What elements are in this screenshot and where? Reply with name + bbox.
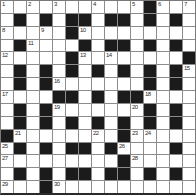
cell-r11c0[interactable]: 25 (1, 143, 13, 155)
cell-r0c8[interactable] (105, 1, 117, 13)
cell-r7c0[interactable]: 17 (1, 91, 13, 103)
clue-number-18: 18 (145, 91, 151, 98)
cell-r14c8[interactable] (105, 181, 117, 193)
cell-r1c7[interactable] (92, 14, 104, 26)
cell-r3c1 (14, 40, 26, 52)
cell-r13c0[interactable] (1, 168, 13, 180)
cell-r10c0 (1, 130, 13, 142)
cell-r9c12[interactable] (157, 117, 169, 129)
cell-r13c6 (79, 168, 91, 180)
cell-r12c13[interactable] (170, 155, 182, 167)
cell-r7c10 (131, 91, 143, 103)
cell-r13c1 (14, 168, 26, 180)
cell-r10c6[interactable] (79, 130, 91, 142)
clue-number-8: 8 (2, 27, 5, 34)
cell-r8c7[interactable] (92, 104, 104, 116)
cell-r13c12[interactable] (157, 168, 169, 180)
cell-r5c2[interactable] (27, 65, 39, 77)
cell-r10c9 (118, 130, 130, 142)
cell-r14c12[interactable] (157, 181, 169, 193)
cell-r11c7[interactable] (92, 143, 104, 155)
cell-r3c3[interactable] (40, 40, 52, 52)
cell-r8c12[interactable] (157, 104, 169, 116)
cell-r13c4[interactable] (53, 168, 65, 180)
cell-r13c14[interactable] (183, 168, 195, 180)
cell-r3c0[interactable] (1, 40, 13, 52)
cell-r3c4[interactable] (53, 40, 65, 52)
cell-r2c1[interactable] (14, 27, 26, 39)
cell-r10c8[interactable] (105, 130, 117, 142)
cell-r12c2[interactable] (27, 155, 39, 167)
cell-r12c10[interactable]: 28 (131, 155, 143, 167)
cell-r1c13 (170, 14, 182, 26)
clue-number-15: 15 (184, 65, 190, 72)
cell-r10c12[interactable] (157, 130, 169, 142)
cell-r2c0[interactable]: 8 (1, 27, 13, 39)
cell-r2c11[interactable] (144, 27, 156, 39)
clue-number-7: 7 (184, 1, 187, 8)
cell-r0c3[interactable] (40, 1, 52, 13)
clue-number-4: 4 (93, 1, 96, 8)
cell-r8c3 (40, 104, 52, 116)
cell-r6c9[interactable] (118, 78, 130, 90)
cell-r11c8 (105, 143, 117, 155)
cell-r2c3[interactable]: 9 (40, 27, 52, 39)
cell-r7c6[interactable] (79, 91, 91, 103)
cell-r1c14[interactable] (183, 14, 195, 26)
cell-r0c0[interactable]: 1 (1, 1, 13, 13)
cell-r6c12[interactable] (157, 78, 169, 90)
clue-number-28: 28 (132, 155, 138, 162)
cell-r3c11 (144, 40, 156, 52)
cell-r10c7[interactable]: 22 (92, 130, 104, 142)
cell-r4c12[interactable] (157, 52, 169, 64)
cell-r1c11 (144, 14, 156, 26)
clue-number-6: 6 (158, 1, 161, 8)
cell-r8c13 (170, 104, 182, 116)
clue-number-2: 2 (28, 1, 31, 8)
clue-number-26: 26 (119, 143, 125, 150)
cell-r9c4[interactable] (53, 117, 65, 129)
clue-number-21: 21 (15, 130, 21, 137)
cell-r10c10[interactable]: 23 (131, 130, 143, 142)
cell-r1c0[interactable] (1, 14, 13, 26)
cell-r12c8[interactable] (105, 155, 117, 167)
cell-r14c5[interactable] (66, 181, 78, 193)
cell-r8c6[interactable] (79, 104, 91, 116)
cell-r1c12[interactable] (157, 14, 169, 26)
cell-r14c0[interactable]: 29 (1, 181, 13, 193)
cell-r13c9 (118, 168, 130, 180)
cell-r2c12[interactable] (157, 27, 169, 39)
cell-r6c13 (170, 78, 182, 90)
cell-r13c7[interactable] (92, 168, 104, 180)
cell-r14c1[interactable] (14, 181, 26, 193)
cell-r2c6[interactable]: 10 (79, 27, 91, 39)
cell-r1c3 (40, 14, 52, 26)
cell-r6c6[interactable] (79, 78, 91, 90)
cell-r11c13 (170, 143, 182, 155)
cell-r3c12[interactable] (157, 40, 169, 52)
cell-r10c4[interactable] (53, 130, 65, 142)
cell-r5c9 (118, 65, 130, 77)
clue-number-12: 12 (2, 52, 8, 59)
cell-r9c5 (66, 117, 78, 129)
cell-r9c1 (14, 117, 26, 129)
cell-r8c5[interactable] (66, 104, 78, 116)
clue-number-13: 13 (80, 52, 86, 59)
cell-r6c4[interactable]: 16 (53, 78, 65, 90)
cell-r9c9 (118, 117, 130, 129)
cell-r0c5[interactable] (66, 1, 78, 13)
cell-r2c5 (66, 27, 78, 39)
clue-number-17: 17 (2, 91, 8, 98)
clue-number-24: 24 (145, 130, 151, 137)
cell-r2c2[interactable] (27, 27, 39, 39)
cell-r2c7[interactable] (92, 27, 104, 39)
cell-r1c2[interactable] (27, 14, 39, 26)
cell-r4c10[interactable] (131, 52, 143, 64)
clue-number-11: 11 (28, 40, 33, 47)
cell-r4c1[interactable] (14, 52, 26, 64)
cell-r6c5[interactable] (66, 78, 78, 90)
cell-r0c2[interactable]: 2 (27, 1, 39, 13)
cell-r12c6[interactable] (79, 155, 91, 167)
cell-r3c5[interactable] (66, 40, 78, 52)
cell-r0c1[interactable] (14, 1, 26, 13)
cell-r6c1 (14, 78, 26, 90)
cell-r4c11[interactable] (144, 52, 156, 64)
cell-r0c13[interactable] (170, 1, 182, 13)
cell-r7c9 (118, 91, 130, 103)
cell-r6c8[interactable] (105, 78, 117, 90)
cell-r12c4[interactable] (53, 155, 65, 167)
cell-r6c3 (40, 78, 52, 90)
cell-r12c7[interactable] (92, 155, 104, 167)
cell-r5c11 (144, 65, 156, 77)
clue-number-27: 27 (2, 155, 8, 162)
cell-r0c14[interactable]: 7 (183, 1, 195, 13)
clue-number-30: 30 (54, 181, 60, 188)
cell-r9c10[interactable] (131, 117, 143, 129)
crossword-grid: a 12345678910111213141516171819202122232… (0, 0, 196, 195)
cell-r8c11 (144, 104, 156, 116)
cell-r2c10[interactable] (131, 27, 143, 39)
cell-r14c13[interactable] (170, 181, 182, 193)
cell-r4c7[interactable] (92, 52, 104, 64)
clue-number-22: 22 (93, 130, 99, 137)
cell-r5c1 (14, 65, 26, 77)
cell-r5c5 (66, 65, 78, 77)
cell-r9c0[interactable] (1, 117, 13, 129)
cell-r14c14[interactable] (183, 181, 195, 193)
cell-r7c13[interactable] (170, 91, 182, 103)
clue-number-16: 16 (54, 78, 60, 85)
cell-r6c11 (144, 78, 156, 90)
cell-r4c3[interactable] (40, 52, 52, 64)
cell-r11c6 (79, 143, 91, 155)
cell-r11c1 (14, 143, 26, 155)
cell-r7c12[interactable] (157, 91, 169, 103)
cell-r12c3[interactable] (40, 155, 52, 167)
cell-r7c14[interactable] (183, 91, 195, 103)
cell-r8c10[interactable]: 20 (131, 104, 143, 116)
cell-r10c11[interactable]: 24 (144, 130, 156, 142)
cell-r5c12[interactable] (157, 65, 169, 77)
cell-r14c2[interactable] (27, 181, 39, 193)
cell-r1c1 (14, 14, 26, 26)
cell-r12c0[interactable]: 27 (1, 155, 13, 167)
cell-r13c8 (105, 168, 117, 180)
cell-r4c8[interactable]: 14 (105, 52, 117, 64)
clue-number-20: 20 (132, 104, 138, 111)
clue-number-23: 23 (132, 130, 138, 137)
cell-r11c3 (40, 143, 52, 155)
cell-r3c13 (170, 40, 182, 52)
cell-r7c8[interactable] (105, 91, 117, 103)
clue-number-5: 5 (132, 1, 135, 8)
cell-r1c6 (79, 14, 91, 26)
cell-r9c11 (144, 117, 156, 129)
cell-r2c8[interactable] (105, 27, 117, 39)
cell-r3c10[interactable] (131, 40, 143, 52)
cell-r9c3 (40, 117, 52, 129)
cell-r5c13 (170, 65, 182, 77)
cell-r14c4[interactable]: 30 (53, 181, 65, 193)
cell-r8c1 (14, 104, 26, 116)
cell-r0c7[interactable]: 4 (92, 1, 104, 13)
cell-r13c13 (170, 168, 182, 180)
cell-r6c0[interactable] (1, 78, 13, 90)
cell-r12c11[interactable] (144, 155, 156, 167)
cell-r7c3[interactable] (40, 91, 52, 103)
cell-r2c13[interactable] (170, 27, 182, 39)
cell-r14c3 (40, 181, 52, 193)
clue-number-14: 14 (106, 52, 112, 59)
cell-r10c13[interactable] (170, 130, 182, 142)
cell-r3c7[interactable] (92, 40, 104, 52)
cell-r7c4 (53, 91, 65, 103)
cell-r11c5 (66, 143, 78, 155)
cell-r1c9 (118, 14, 130, 26)
cell-r10c2[interactable] (27, 130, 39, 142)
cell-r8c0[interactable] (1, 104, 13, 116)
cell-r2c14[interactable] (183, 27, 195, 39)
cell-r1c10[interactable] (131, 14, 143, 26)
cell-r11c9[interactable]: 26 (118, 143, 130, 155)
cell-r5c14[interactable]: 15 (183, 65, 195, 77)
cell-r3c8 (105, 40, 117, 52)
cell-r4c9[interactable] (118, 52, 130, 64)
cell-r8c14[interactable] (183, 104, 195, 116)
cell-r2c4[interactable] (53, 27, 65, 39)
cell-r5c0[interactable] (1, 65, 13, 77)
cell-r11c2[interactable] (27, 143, 39, 155)
cell-r10c14[interactable] (183, 130, 195, 142)
cell-r0c12[interactable]: 6 (157, 1, 169, 13)
clue-number-3: 3 (54, 1, 57, 8)
cell-r1c8 (105, 14, 117, 26)
clue-number-9: 9 (41, 27, 44, 34)
cell-r10c5[interactable] (66, 130, 78, 142)
cell-r9c14[interactable] (183, 117, 195, 129)
cell-r2c9[interactable] (118, 27, 130, 39)
cell-r10c3[interactable] (40, 130, 52, 142)
cell-r11c4[interactable] (53, 143, 65, 155)
cell-r6c14[interactable] (183, 78, 195, 90)
cell-r1c4[interactable] (53, 14, 65, 26)
cell-r12c1[interactable] (14, 155, 26, 167)
cell-r12c14[interactable] (183, 155, 195, 167)
cell-r14c11[interactable] (144, 181, 156, 193)
cell-r4c6[interactable]: 13 (79, 52, 91, 64)
cell-r6c2[interactable] (27, 78, 39, 90)
cell-r12c12[interactable] (157, 155, 169, 167)
cell-r6c7[interactable] (92, 78, 104, 90)
cell-r8c9[interactable] (118, 104, 130, 116)
cell-r12c5[interactable] (66, 155, 78, 167)
cell-r3c9 (118, 40, 130, 52)
cell-r11c14[interactable] (183, 143, 195, 155)
cell-r13c2[interactable] (27, 168, 39, 180)
cell-r14c10[interactable] (131, 181, 143, 193)
cell-r9c8[interactable] (105, 117, 117, 129)
cell-r0c9[interactable] (118, 1, 130, 13)
cell-r5c4[interactable] (53, 65, 65, 77)
cell-r4c13[interactable] (170, 52, 182, 64)
cell-r9c7 (92, 117, 104, 129)
cell-r0c6[interactable] (79, 1, 91, 13)
cell-r14c7[interactable] (92, 181, 104, 193)
cell-r5c7 (92, 65, 104, 77)
cell-r3c6 (79, 40, 91, 52)
cell-r0c4[interactable]: 3 (53, 1, 65, 13)
cell-r3c2[interactable]: 11 (27, 40, 39, 52)
cell-r3c14[interactable] (183, 40, 195, 52)
clue-number-1: 1 (2, 1, 5, 8)
cell-r0c11 (144, 1, 156, 13)
cell-r11c10[interactable] (131, 143, 143, 155)
cell-r8c2[interactable] (27, 104, 39, 116)
cell-r13c5 (66, 168, 78, 180)
cell-r14c9[interactable] (118, 181, 130, 193)
clue-number-10: 10 (80, 27, 86, 34)
cell-r7c2[interactable] (27, 91, 39, 103)
cell-r9c6[interactable] (79, 117, 91, 129)
clue-number-25: 25 (2, 143, 8, 150)
cell-r13c11 (144, 168, 156, 180)
cell-r7c5 (66, 91, 78, 103)
cell-r5c3 (40, 65, 52, 77)
cell-r4c4[interactable] (53, 52, 65, 64)
cell-r13c3 (40, 168, 52, 180)
cell-r7c1[interactable] (14, 91, 26, 103)
cell-r6c10[interactable] (131, 78, 143, 90)
cell-r14c6[interactable] (79, 181, 91, 193)
clue-number-29: 29 (2, 181, 8, 188)
cell-r8c4[interactable]: 19 (53, 104, 65, 116)
cell-r4c2[interactable] (27, 52, 39, 64)
cell-r13c10[interactable] (131, 168, 143, 180)
clue-number-19: 19 (54, 104, 60, 111)
cell-r11c12[interactable] (157, 143, 169, 155)
cell-r11c11[interactable] (144, 143, 156, 155)
cell-r9c2[interactable] (27, 117, 39, 129)
cell-r1c5 (66, 14, 78, 26)
cell-r10c1[interactable]: 21 (14, 130, 26, 142)
cell-r12c9 (118, 155, 130, 167)
cell-r4c0[interactable]: 12 (1, 52, 13, 64)
cell-r5c6[interactable] (79, 65, 91, 77)
cell-r9c13 (170, 117, 182, 129)
cell-r4c5 (66, 52, 78, 64)
cell-r7c11[interactable]: 18 (144, 91, 156, 103)
cell-r7c7 (92, 91, 104, 103)
cell-r8c8[interactable] (105, 104, 117, 116)
cell-r4c14 (183, 52, 195, 64)
cell-r5c8[interactable] (105, 65, 117, 77)
cell-r0c10[interactable]: 5 (131, 1, 143, 13)
cell-r5c10[interactable] (131, 65, 143, 77)
